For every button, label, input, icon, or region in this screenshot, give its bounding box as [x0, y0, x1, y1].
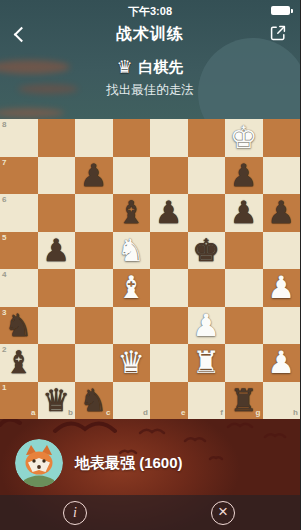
- rank-label-4: 4: [2, 271, 6, 279]
- piece-black-bishop[interactable]: ♝: [117, 194, 145, 231]
- puzzle-prompt: ♛ 白棋先 找出最佳的走法: [0, 56, 300, 99]
- board-square-g1[interactable]: g♜: [225, 382, 263, 420]
- piece-black-knight[interactable]: ♞: [5, 307, 33, 344]
- piece-black-pawn[interactable]: ♟: [267, 194, 295, 231]
- piece-white-pawn[interactable]: ♟: [267, 344, 295, 381]
- file-label-g: g: [256, 409, 261, 417]
- board-square-h1[interactable]: h: [263, 382, 301, 420]
- piece-white-king[interactable]: ♚: [230, 119, 258, 156]
- file-label-e: e: [181, 409, 185, 417]
- info-button[interactable]: i: [63, 501, 87, 525]
- board-square-d6[interactable]: ♝: [113, 194, 151, 232]
- board-square-a8[interactable]: 8: [0, 119, 38, 157]
- cloud-decoration: [0, 108, 64, 118]
- board-square-b7[interactable]: [38, 157, 76, 195]
- board-square-c2[interactable]: [75, 344, 113, 382]
- page-title: 战术训练: [0, 24, 300, 45]
- piece-black-pawn[interactable]: ♟: [80, 157, 108, 194]
- piece-white-knight[interactable]: ♞: [117, 232, 145, 269]
- board-square-f7[interactable]: [188, 157, 226, 195]
- instruction-text: 找出最佳的走法: [0, 82, 300, 99]
- board-square-b3[interactable]: [38, 307, 76, 345]
- board-square-b4[interactable]: [38, 269, 76, 307]
- file-label-h: h: [293, 409, 298, 417]
- piece-black-knight[interactable]: ♞: [80, 382, 108, 419]
- board-square-e3[interactable]: [150, 307, 188, 345]
- board-square-d7[interactable]: [113, 157, 151, 195]
- board-square-f1[interactable]: f: [188, 382, 226, 420]
- bottom-toolbar: i ×: [0, 495, 300, 530]
- piece-black-bishop[interactable]: ♝: [5, 344, 33, 381]
- board-square-a4[interactable]: 4: [0, 269, 38, 307]
- board-square-g2[interactable]: [225, 344, 263, 382]
- board-square-h4[interactable]: ♟: [263, 269, 301, 307]
- piece-white-pawn[interactable]: ♟: [267, 269, 295, 306]
- rank-label-6: 6: [2, 196, 6, 204]
- rank-label-7: 7: [2, 159, 6, 167]
- board-square-g4[interactable]: [225, 269, 263, 307]
- piece-black-queen[interactable]: ♛: [42, 382, 70, 419]
- board-square-c8[interactable]: [75, 119, 113, 157]
- piece-black-pawn[interactable]: ♟: [230, 194, 258, 231]
- board-square-d2[interactable]: ♛: [113, 344, 151, 382]
- board-square-a7[interactable]: 7: [0, 157, 38, 195]
- rank-label-1: 1: [2, 384, 6, 392]
- piece-black-rook[interactable]: ♜: [230, 382, 258, 419]
- piece-black-pawn[interactable]: ♟: [155, 194, 183, 231]
- board-square-c7[interactable]: ♟: [75, 157, 113, 195]
- board-square-h2[interactable]: ♟: [263, 344, 301, 382]
- piece-white-rook[interactable]: ♜: [192, 344, 220, 381]
- side-to-move-label: 白棋先: [139, 58, 184, 77]
- board-square-a3[interactable]: 3♞: [0, 307, 38, 345]
- board-square-d5[interactable]: ♞: [113, 232, 151, 270]
- piece-white-queen[interactable]: ♛: [117, 344, 145, 381]
- board-square-d1[interactable]: d: [113, 382, 151, 420]
- file-label-c: c: [106, 409, 110, 417]
- board-square-g6[interactable]: ♟: [225, 194, 263, 232]
- file-label-d: d: [143, 409, 148, 417]
- board-square-c3[interactable]: [75, 307, 113, 345]
- share-icon: [268, 23, 288, 43]
- board-square-e1[interactable]: e: [150, 382, 188, 420]
- board-square-g3[interactable]: [225, 307, 263, 345]
- piece-white-pawn[interactable]: ♟: [192, 307, 220, 344]
- clock: 下午3:08: [0, 4, 300, 19]
- rank-label-8: 8: [2, 121, 6, 129]
- board-square-b5[interactable]: ♟: [38, 232, 76, 270]
- board-square-a6[interactable]: 6: [0, 194, 38, 232]
- board-square-g7[interactable]: ♟: [225, 157, 263, 195]
- board-square-f5[interactable]: ♚: [188, 232, 226, 270]
- status-bar: 下午3:08: [0, 0, 300, 20]
- board-square-b6[interactable]: [38, 194, 76, 232]
- rank-label-2: 2: [2, 346, 6, 354]
- board-square-a2[interactable]: 2♝: [0, 344, 38, 382]
- board-square-h7[interactable]: [263, 157, 301, 195]
- board-square-h6[interactable]: ♟: [263, 194, 301, 232]
- board-square-d8[interactable]: [113, 119, 151, 157]
- board-square-g8[interactable]: ♚: [225, 119, 263, 157]
- piece-black-pawn[interactable]: ♟: [42, 232, 70, 269]
- board-square-f3[interactable]: ♟: [188, 307, 226, 345]
- board-square-c5[interactable]: [75, 232, 113, 270]
- opponent-avatar[interactable]: [15, 439, 63, 487]
- board-square-f2[interactable]: ♜: [188, 344, 226, 382]
- piece-white-bishop[interactable]: ♝: [117, 269, 145, 306]
- board-square-c4[interactable]: [75, 269, 113, 307]
- board-square-h8[interactable]: [263, 119, 301, 157]
- board-square-e5[interactable]: [150, 232, 188, 270]
- board-square-c1[interactable]: c♞: [75, 382, 113, 420]
- file-label-f: f: [220, 409, 223, 417]
- white-queen-icon: ♛: [116, 56, 132, 78]
- piece-black-king[interactable]: ♚: [192, 232, 220, 269]
- app-screen: 下午3:08 战术训练 ♛ 白棋先 找出最佳的走法 8♚7♟♟6♝♟♟♟5♟♞♚…: [0, 0, 300, 530]
- nav-bar: 战术训练: [0, 20, 300, 48]
- file-label-b: b: [68, 409, 73, 417]
- board-square-b8[interactable]: [38, 119, 76, 157]
- board-square-f8[interactable]: [188, 119, 226, 157]
- battery-icon: [271, 6, 290, 15]
- board-square-e4[interactable]: [150, 269, 188, 307]
- board-square-h5[interactable]: [263, 232, 301, 270]
- player-row: 地表最强 (1600): [0, 437, 300, 489]
- board-square-f6[interactable]: [188, 194, 226, 232]
- rank-label-3: 3: [2, 309, 6, 317]
- board-square-c6[interactable]: [75, 194, 113, 232]
- chess-board: 8♚7♟♟6♝♟♟♟5♟♞♚4♝♟3♞♟2♝♛♜♟1ab♛c♞defg♜h: [0, 119, 300, 419]
- board-square-e2[interactable]: [150, 344, 188, 382]
- share-button[interactable]: [268, 23, 288, 43]
- board-square-e7[interactable]: [150, 157, 188, 195]
- board-square-a1[interactable]: 1a: [0, 382, 38, 420]
- board-square-h3[interactable]: [263, 307, 301, 345]
- board-square-f4[interactable]: [188, 269, 226, 307]
- board-square-d3[interactable]: [113, 307, 151, 345]
- file-label-a: a: [31, 409, 35, 417]
- board-square-e8[interactable]: [150, 119, 188, 157]
- board-square-b1[interactable]: b♛: [38, 382, 76, 420]
- rank-label-5: 5: [2, 234, 6, 242]
- board-square-g5[interactable]: [225, 232, 263, 270]
- board-square-d4[interactable]: ♝: [113, 269, 151, 307]
- board-square-e6[interactable]: ♟: [150, 194, 188, 232]
- piece-black-pawn[interactable]: ♟: [230, 157, 258, 194]
- opponent-name: 地表最强 (1600): [75, 454, 183, 473]
- board-square-b2[interactable]: [38, 344, 76, 382]
- fox-avatar-icon: [15, 439, 63, 487]
- close-button[interactable]: ×: [211, 501, 235, 525]
- board-square-a5[interactable]: 5: [0, 232, 38, 270]
